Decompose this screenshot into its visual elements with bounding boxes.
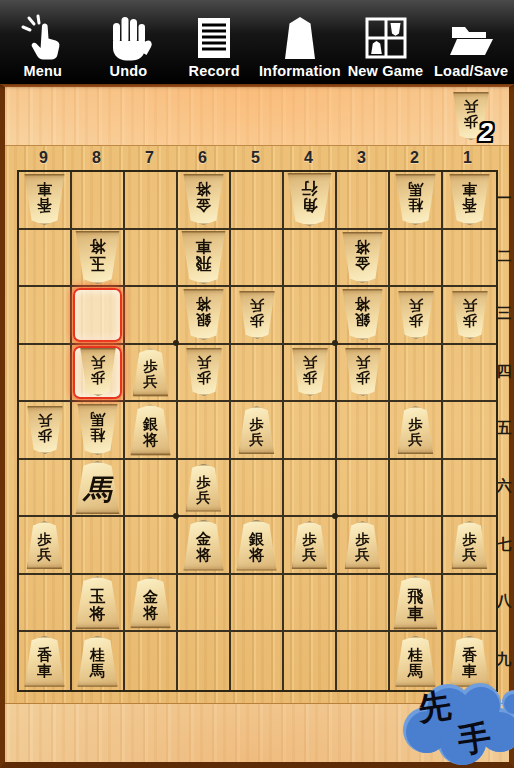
piece-kanji: 桂馬 — [408, 182, 423, 214]
piece-kanji: 歩兵 — [38, 413, 52, 443]
piece-gote-歩兵[interactable]: 歩兵 — [238, 291, 276, 339]
square-6-8[interactable] — [178, 575, 231, 633]
piece-kanji: 飛車 — [408, 588, 424, 622]
square-4-6[interactable] — [284, 460, 337, 518]
information-button[interactable]: Information — [257, 0, 343, 84]
square-1-7[interactable]: 歩兵 — [443, 517, 496, 575]
square-6-9[interactable] — [178, 632, 231, 690]
square-2-1[interactable]: 桂馬 — [390, 172, 443, 230]
square-6-3[interactable]: 銀将 — [178, 287, 231, 345]
shogi-board: 香車金将角行桂馬香車玉将飛車金将銀将歩兵銀将歩兵歩兵歩兵歩兵歩兵歩兵歩兵歩兵桂馬… — [17, 170, 498, 692]
piece-kanji: 香車 — [462, 647, 477, 679]
star-point-1 — [332, 340, 338, 346]
toolbar: Menu Undo — [0, 0, 514, 84]
square-6-1[interactable]: 金将 — [178, 172, 231, 230]
undo-button[interactable]: Undo — [86, 0, 172, 84]
square-4-2[interactable] — [284, 230, 337, 288]
turn-indicator-badge: 先 手 — [396, 678, 514, 768]
hand-piece-count: 2 — [479, 118, 493, 147]
square-4-7[interactable]: 歩兵 — [284, 517, 337, 575]
square-4-3[interactable] — [284, 287, 337, 345]
load-save-label: Load/Save — [434, 63, 508, 79]
piece-sente-歩兵[interactable]: 歩兵 — [185, 464, 223, 512]
piece-sente-馬[interactable]: 馬 — [74, 461, 121, 514]
square-2-8[interactable]: 飛車 — [390, 575, 443, 633]
piece-gote-歩兵[interactable]: 歩兵 — [79, 348, 117, 396]
square-5-4[interactable] — [231, 345, 284, 403]
piece-kanji: 歩兵 — [463, 532, 477, 562]
piece-sente-歩兵[interactable]: 歩兵 — [397, 406, 435, 454]
square-7-1[interactable] — [125, 172, 178, 230]
square-2-4[interactable] — [390, 345, 443, 403]
piece-gote-銀将[interactable]: 銀将 — [341, 289, 384, 340]
piece-kanji: 歩兵 — [250, 417, 264, 447]
undo-label: Undo — [110, 63, 148, 79]
piece-gote-香車[interactable]: 香車 — [23, 174, 66, 225]
piece-kanji: 金将 — [143, 589, 158, 621]
shogi-piece-icon — [276, 13, 324, 63]
square-8-5[interactable]: 桂馬 — [72, 402, 125, 460]
square-1-5[interactable] — [443, 402, 496, 460]
square-8-9[interactable]: 桂馬 — [72, 632, 125, 690]
piece-gote-桂馬[interactable]: 桂馬 — [76, 404, 119, 455]
piece-kanji: 香車 — [37, 647, 52, 679]
piece-kanji: 歩兵 — [303, 532, 317, 562]
square-5-1[interactable] — [231, 172, 284, 230]
piece-gote-歩兵[interactable]: 歩兵 — [26, 406, 64, 454]
piece-kanji: 桂馬 — [408, 647, 423, 679]
piece-gote-歩兵[interactable]: 歩兵 — [451, 291, 489, 339]
square-9-7[interactable]: 歩兵 — [19, 517, 72, 575]
square-3-6[interactable] — [337, 460, 390, 518]
square-9-8[interactable] — [19, 575, 72, 633]
square-3-3[interactable]: 銀将 — [337, 287, 390, 345]
square-2-3[interactable]: 歩兵 — [390, 287, 443, 345]
square-5-6[interactable] — [231, 460, 284, 518]
square-5-8[interactable] — [231, 575, 284, 633]
menu-button[interactable]: Menu — [0, 0, 86, 84]
square-7-8[interactable]: 金将 — [125, 575, 178, 633]
piece-sente-歩兵[interactable]: 歩兵 — [451, 521, 489, 569]
piece-kanji: 桂馬 — [90, 412, 105, 444]
new-game-label: New Game — [348, 63, 424, 79]
square-8-4[interactable]: 歩兵 — [72, 345, 125, 403]
square-9-4[interactable] — [19, 345, 72, 403]
piece-sente-桂馬[interactable]: 桂馬 — [76, 636, 119, 687]
square-5-7[interactable]: 銀将 — [231, 517, 284, 575]
square-7-4[interactable]: 歩兵 — [125, 345, 178, 403]
piece-gote-金将[interactable]: 金将 — [182, 174, 225, 225]
file-coordinates: 987654321 — [17, 148, 494, 168]
square-7-2[interactable] — [125, 230, 178, 288]
piece-kanji: 香車 — [462, 182, 477, 214]
square-7-9[interactable] — [125, 632, 178, 690]
file-label-5: 5 — [229, 148, 282, 168]
piece-sente-歩兵[interactable]: 歩兵 — [344, 521, 382, 569]
piece-sente-玉将[interactable]: 玉将 — [74, 576, 121, 629]
piece-kanji: 歩兵 — [463, 298, 477, 328]
star-point-3 — [332, 513, 338, 519]
square-6-2[interactable]: 飛車 — [178, 230, 231, 288]
tap-hand-icon — [19, 13, 67, 63]
piece-kanji: 歩兵 — [409, 298, 423, 328]
record-button[interactable]: Record — [171, 0, 257, 84]
open-folder-icon — [447, 13, 495, 63]
square-8-6[interactable]: 馬 — [72, 460, 125, 518]
piece-kanji: 歩兵 — [250, 298, 264, 328]
piece-sente-歩兵[interactable]: 歩兵 — [26, 521, 64, 569]
square-2-5[interactable]: 歩兵 — [390, 402, 443, 460]
square-5-5[interactable]: 歩兵 — [231, 402, 284, 460]
piece-sente-金将[interactable]: 金将 — [182, 520, 225, 571]
square-8-7[interactable] — [72, 517, 125, 575]
piece-kanji: 歩兵 — [409, 417, 423, 447]
piece-kanji: 金将 — [355, 239, 370, 271]
load-save-button[interactable]: Load/Save — [428, 0, 514, 84]
piece-sente-歩兵[interactable]: 歩兵 — [132, 348, 170, 396]
square-3-7[interactable]: 歩兵 — [337, 517, 390, 575]
piece-gote-桂馬[interactable]: 桂馬 — [394, 174, 437, 225]
square-8-2[interactable]: 玉将 — [72, 230, 125, 288]
file-label-3: 3 — [335, 148, 388, 168]
square-5-3[interactable]: 歩兵 — [231, 287, 284, 345]
piece-gote-歩兵[interactable]: 歩兵 — [185, 348, 223, 396]
square-6-6[interactable]: 歩兵 — [178, 460, 231, 518]
gote-hand-tray[interactable]: 歩兵 2 — [452, 92, 508, 154]
piece-kanji: 香車 — [37, 182, 52, 214]
new-game-button[interactable]: New Game — [343, 0, 429, 84]
piece-gote-歩兵[interactable]: 歩兵 — [397, 291, 435, 339]
square-7-6[interactable] — [125, 460, 178, 518]
square-1-8[interactable] — [443, 575, 496, 633]
square-3-9[interactable] — [337, 632, 390, 690]
file-label-4: 4 — [282, 148, 335, 168]
star-point-0 — [173, 340, 179, 346]
piece-kanji: 銀将 — [196, 297, 211, 329]
piece-kanji: 銀将 — [143, 416, 158, 448]
square-8-8[interactable]: 玉将 — [72, 575, 125, 633]
piece-sente-歩兵[interactable]: 歩兵 — [238, 406, 276, 454]
square-1-3[interactable]: 歩兵 — [443, 287, 496, 345]
piece-gote-金将[interactable]: 金将 — [341, 232, 384, 283]
square-6-7[interactable]: 金将 — [178, 517, 231, 575]
hand-piece-kanji: 歩兵 — [464, 99, 478, 129]
file-label-2: 2 — [388, 148, 441, 168]
square-5-2[interactable] — [231, 230, 284, 288]
square-1-1[interactable]: 香車 — [443, 172, 496, 230]
piece-kanji: 銀将 — [355, 297, 370, 329]
square-4-1[interactable]: 角行 — [284, 172, 337, 230]
record-label: Record — [189, 63, 240, 79]
piece-kanji: 歩兵 — [91, 355, 105, 385]
square-4-5[interactable] — [284, 402, 337, 460]
shogi-app: Menu Undo — [0, 0, 514, 768]
star-point-2 — [173, 513, 179, 519]
square-7-3[interactable] — [125, 287, 178, 345]
piece-gote-歩兵[interactable]: 歩兵 — [344, 348, 382, 396]
square-1-6[interactable] — [443, 460, 496, 518]
square-8-1[interactable] — [72, 172, 125, 230]
piece-kanji: 歩兵 — [197, 355, 211, 385]
piece-gote-玉将[interactable]: 玉将 — [74, 231, 121, 284]
square-4-9[interactable] — [284, 632, 337, 690]
square-5-9[interactable] — [231, 632, 284, 690]
square-2-2[interactable] — [390, 230, 443, 288]
square-9-9[interactable]: 香車 — [19, 632, 72, 690]
piece-sente-金将[interactable]: 金将 — [129, 577, 172, 628]
piece-kanji: 歩兵 — [38, 532, 52, 562]
piece-kanji: 飛車 — [196, 238, 212, 272]
square-1-2[interactable] — [443, 230, 496, 288]
piece-kanji: 歩兵 — [144, 359, 158, 389]
square-9-6[interactable] — [19, 460, 72, 518]
square-1-4[interactable] — [443, 345, 496, 403]
square-3-1[interactable] — [337, 172, 390, 230]
square-3-4[interactable]: 歩兵 — [337, 345, 390, 403]
new-game-grid-icon — [362, 13, 410, 63]
piece-gote-歩兵[interactable]: 歩兵 — [291, 348, 329, 396]
square-6-4[interactable]: 歩兵 — [178, 345, 231, 403]
square-9-1[interactable]: 香車 — [19, 172, 72, 230]
record-sheet-icon — [190, 13, 238, 63]
square-7-5[interactable]: 銀将 — [125, 402, 178, 460]
piece-kanji: 玉将 — [90, 238, 106, 272]
piece-gote-飛車[interactable]: 飛車 — [180, 231, 227, 284]
file-label-6: 6 — [176, 148, 229, 168]
file-label-9: 9 — [17, 148, 70, 168]
square-9-5[interactable]: 歩兵 — [19, 402, 72, 460]
badge-kanji-te: 手 — [456, 720, 493, 757]
piece-kanji: 歩兵 — [356, 355, 370, 385]
piece-gote-香車[interactable]: 香車 — [448, 174, 491, 225]
piece-kanji: 金将 — [196, 182, 211, 214]
piece-kanji: 歩兵 — [356, 532, 370, 562]
piece-kanji: 角行 — [302, 181, 318, 215]
square-3-5[interactable] — [337, 402, 390, 460]
piece-gote-角行[interactable]: 角行 — [286, 173, 333, 226]
square-9-3[interactable] — [19, 287, 72, 345]
square-2-7[interactable] — [390, 517, 443, 575]
file-label-7: 7 — [123, 148, 176, 168]
information-label: Information — [259, 63, 341, 79]
square-9-2[interactable] — [19, 230, 72, 288]
menu-label: Menu — [24, 63, 63, 79]
piece-sente-飛車[interactable]: 飛車 — [392, 576, 439, 629]
piece-kanji: 馬 — [84, 475, 112, 505]
piece-kanji: 歩兵 — [303, 355, 317, 385]
piece-gote-銀将[interactable]: 銀将 — [182, 289, 225, 340]
file-label-8: 8 — [70, 148, 123, 168]
square-2-6[interactable] — [390, 460, 443, 518]
piece-kanji: 桂馬 — [90, 647, 105, 679]
square-3-2[interactable]: 金将 — [337, 230, 390, 288]
piece-sente-香車[interactable]: 香車 — [23, 636, 66, 687]
square-3-8[interactable] — [337, 575, 390, 633]
piece-kanji: 歩兵 — [197, 475, 211, 505]
square-4-8[interactable] — [284, 575, 337, 633]
piece-sente-銀将[interactable]: 銀将 — [129, 404, 172, 455]
piece-kanji: 金将 — [196, 531, 211, 563]
piece-sente-歩兵[interactable]: 歩兵 — [291, 521, 329, 569]
piece-sente-銀将[interactable]: 銀将 — [235, 520, 278, 571]
badge-kanji-sen: 先 — [416, 688, 453, 725]
square-4-4[interactable]: 歩兵 — [284, 345, 337, 403]
palm-hand-icon — [105, 13, 153, 63]
square-6-5[interactable] — [178, 402, 231, 460]
square-7-7[interactable] — [125, 517, 178, 575]
piece-kanji: 銀将 — [249, 531, 264, 563]
piece-kanji: 玉将 — [90, 588, 106, 622]
square-8-3[interactable] — [72, 287, 125, 345]
